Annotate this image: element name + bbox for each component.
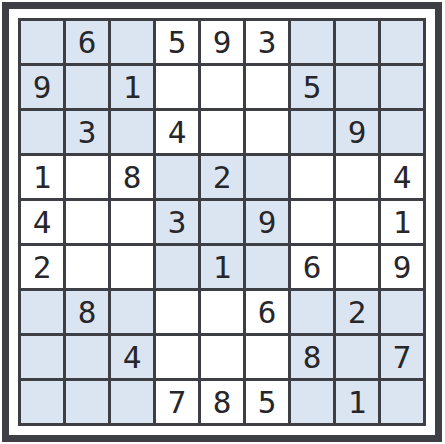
- cell-r6c5[interactable]: 1: [201, 246, 243, 288]
- cell-r1c9[interactable]: [381, 21, 423, 63]
- cell-r6c3[interactable]: [111, 246, 153, 288]
- cell-r2c2[interactable]: [66, 66, 108, 108]
- cell-r4c9[interactable]: 4: [381, 156, 423, 198]
- cell-r8c5[interactable]: [201, 336, 243, 378]
- cell-r8c8[interactable]: [336, 336, 378, 378]
- cell-r2c7[interactable]: 5: [291, 66, 333, 108]
- cell-r9c6[interactable]: 5: [246, 381, 288, 423]
- cell-r1c8[interactable]: [336, 21, 378, 63]
- cell-r8c2[interactable]: [66, 336, 108, 378]
- cell-r6c4[interactable]: [156, 246, 198, 288]
- cell-r5c7[interactable]: [291, 201, 333, 243]
- sudoku-board: 65939153491824439121698624877851: [18, 18, 426, 426]
- cell-r7c4[interactable]: [156, 291, 198, 333]
- cell-r3c1[interactable]: [21, 111, 63, 153]
- cell-r7c9[interactable]: [381, 291, 423, 333]
- cell-r1c6[interactable]: 3: [246, 21, 288, 63]
- cell-r2c8[interactable]: [336, 66, 378, 108]
- cell-r9c3[interactable]: [111, 381, 153, 423]
- cell-r1c5[interactable]: 9: [201, 21, 243, 63]
- cell-r8c4[interactable]: [156, 336, 198, 378]
- cell-r3c9[interactable]: [381, 111, 423, 153]
- cell-r5c3[interactable]: [111, 201, 153, 243]
- cell-r7c5[interactable]: [201, 291, 243, 333]
- cell-r8c7[interactable]: 8: [291, 336, 333, 378]
- cell-r2c1[interactable]: 9: [21, 66, 63, 108]
- cell-r8c9[interactable]: 7: [381, 336, 423, 378]
- cell-r4c3[interactable]: 8: [111, 156, 153, 198]
- cell-r2c4[interactable]: [156, 66, 198, 108]
- cell-r1c1[interactable]: [21, 21, 63, 63]
- cell-r9c1[interactable]: [21, 381, 63, 423]
- cell-r9c9[interactable]: [381, 381, 423, 423]
- cell-r4c4[interactable]: [156, 156, 198, 198]
- cell-r6c7[interactable]: 6: [291, 246, 333, 288]
- cell-r5c6[interactable]: 9: [246, 201, 288, 243]
- cell-r5c9[interactable]: 1: [381, 201, 423, 243]
- cell-r3c4[interactable]: 4: [156, 111, 198, 153]
- cell-r4c1[interactable]: 1: [21, 156, 63, 198]
- cell-r6c8[interactable]: [336, 246, 378, 288]
- cell-r7c2[interactable]: 8: [66, 291, 108, 333]
- cell-r4c8[interactable]: [336, 156, 378, 198]
- cell-r5c8[interactable]: [336, 201, 378, 243]
- cell-r5c5[interactable]: [201, 201, 243, 243]
- cell-r4c6[interactable]: [246, 156, 288, 198]
- cell-r8c1[interactable]: [21, 336, 63, 378]
- cell-r8c6[interactable]: [246, 336, 288, 378]
- cell-r9c2[interactable]: [66, 381, 108, 423]
- board-frame: 65939153491824439121698624877851: [2, 2, 442, 442]
- cell-r9c8[interactable]: 1: [336, 381, 378, 423]
- cell-r8c3[interactable]: 4: [111, 336, 153, 378]
- cell-r3c7[interactable]: [291, 111, 333, 153]
- cell-r6c2[interactable]: [66, 246, 108, 288]
- cell-r5c1[interactable]: 4: [21, 201, 63, 243]
- cell-r2c5[interactable]: [201, 66, 243, 108]
- cell-r9c4[interactable]: 7: [156, 381, 198, 423]
- cell-r9c5[interactable]: 8: [201, 381, 243, 423]
- cell-r2c6[interactable]: [246, 66, 288, 108]
- cell-r5c2[interactable]: [66, 201, 108, 243]
- cell-r1c3[interactable]: [111, 21, 153, 63]
- cell-r6c9[interactable]: 9: [381, 246, 423, 288]
- cell-r7c7[interactable]: [291, 291, 333, 333]
- cell-r7c8[interactable]: 2: [336, 291, 378, 333]
- cell-r7c3[interactable]: [111, 291, 153, 333]
- cell-r7c6[interactable]: 6: [246, 291, 288, 333]
- cell-r1c4[interactable]: 5: [156, 21, 198, 63]
- cell-r7c1[interactable]: [21, 291, 63, 333]
- cell-r5c4[interactable]: 3: [156, 201, 198, 243]
- cell-r1c7[interactable]: [291, 21, 333, 63]
- cell-r3c5[interactable]: [201, 111, 243, 153]
- cell-r3c3[interactable]: [111, 111, 153, 153]
- cell-r2c3[interactable]: 1: [111, 66, 153, 108]
- cell-r4c7[interactable]: [291, 156, 333, 198]
- cell-r4c5[interactable]: 2: [201, 156, 243, 198]
- cell-r6c6[interactable]: [246, 246, 288, 288]
- cell-r3c8[interactable]: 9: [336, 111, 378, 153]
- cell-r3c6[interactable]: [246, 111, 288, 153]
- cell-r3c2[interactable]: 3: [66, 111, 108, 153]
- sudoku-page: 65939153491824439121698624877851: [0, 0, 445, 444]
- cell-r4c2[interactable]: [66, 156, 108, 198]
- cell-r2c9[interactable]: [381, 66, 423, 108]
- cell-r9c7[interactable]: [291, 381, 333, 423]
- cell-r1c2[interactable]: 6: [66, 21, 108, 63]
- cell-r6c1[interactable]: 2: [21, 246, 63, 288]
